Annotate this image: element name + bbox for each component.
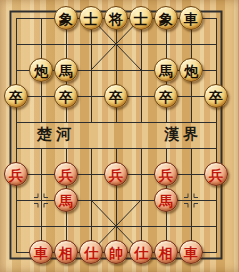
piece-red-horse-67[interactable]: 馬 [154, 188, 178, 212]
piece-red-horse-27[interactable]: 馬 [54, 188, 78, 212]
piece-glyph: 車 [184, 12, 198, 26]
piece-glyph: 車 [34, 246, 48, 260]
piece-red-advisor-59[interactable]: 仕 [129, 240, 153, 264]
piece-black-advisor-30[interactable]: 士 [79, 6, 103, 30]
piece-glyph: 兵 [109, 168, 123, 182]
piece-glyph: 相 [59, 246, 73, 260]
xiangqi-board[interactable]: 楚河 漢界 象士将士象車炮馬馬炮卒卒卒卒卒兵兵兵兵兵馬馬車相仕帥仕相車 [0, 0, 239, 272]
piece-red-chariot-79[interactable]: 車 [179, 240, 203, 264]
piece-glyph: 将 [109, 12, 123, 26]
piece-red-advisor-39[interactable]: 仕 [79, 240, 103, 264]
piece-black-soldier-23[interactable]: 卒 [54, 84, 78, 108]
river-label-chu: 楚河 [31, 125, 81, 143]
piece-glyph: 卒 [9, 90, 23, 104]
piece-glyph: 仕 [84, 246, 98, 260]
piece-glyph: 卒 [159, 90, 173, 104]
piece-glyph: 炮 [184, 64, 198, 78]
piece-black-elephant-20[interactable]: 象 [54, 6, 78, 30]
piece-red-soldier-26[interactable]: 兵 [54, 162, 78, 186]
piece-glyph: 兵 [59, 168, 73, 182]
piece-glyph: 炮 [34, 64, 48, 78]
piece-black-general-40[interactable]: 将 [104, 6, 128, 30]
piece-glyph: 馬 [159, 194, 173, 208]
piece-glyph: 馬 [59, 64, 73, 78]
piece-glyph: 帥 [109, 246, 123, 260]
piece-black-soldier-63[interactable]: 卒 [154, 84, 178, 108]
piece-glyph: 相 [159, 246, 173, 260]
piece-glyph: 士 [134, 12, 148, 26]
piece-glyph: 卒 [209, 90, 223, 104]
piece-glyph: 兵 [9, 168, 23, 182]
piece-glyph: 士 [84, 12, 98, 26]
piece-glyph: 車 [184, 246, 198, 260]
piece-black-horse-62[interactable]: 馬 [154, 58, 178, 82]
piece-black-advisor-50[interactable]: 士 [129, 6, 153, 30]
piece-glyph: 兵 [159, 168, 173, 182]
piece-red-general-49[interactable]: 帥 [104, 240, 128, 264]
piece-red-elephant-29[interactable]: 相 [54, 240, 78, 264]
piece-black-horse-22[interactable]: 馬 [54, 58, 78, 82]
piece-glyph: 馬 [159, 64, 173, 78]
piece-red-soldier-06[interactable]: 兵 [4, 162, 28, 186]
piece-black-soldier-43[interactable]: 卒 [104, 84, 128, 108]
piece-black-elephant-60[interactable]: 象 [154, 6, 178, 30]
piece-glyph: 兵 [209, 168, 223, 182]
piece-glyph: 卒 [59, 90, 73, 104]
piece-red-soldier-46[interactable]: 兵 [104, 162, 128, 186]
piece-glyph: 仕 [134, 246, 148, 260]
piece-glyph: 卒 [109, 90, 123, 104]
piece-glyph: 馬 [59, 194, 73, 208]
piece-glyph: 象 [159, 12, 173, 26]
river-label-han: 漢界 [158, 125, 208, 143]
piece-red-soldier-86[interactable]: 兵 [204, 162, 228, 186]
piece-glyph: 象 [59, 12, 73, 26]
piece-red-elephant-69[interactable]: 相 [154, 240, 178, 264]
piece-black-cannon-72[interactable]: 炮 [179, 58, 203, 82]
piece-black-soldier-83[interactable]: 卒 [204, 84, 228, 108]
piece-red-soldier-66[interactable]: 兵 [154, 162, 178, 186]
piece-black-soldier-03[interactable]: 卒 [4, 84, 28, 108]
piece-black-cannon-12[interactable]: 炮 [29, 58, 53, 82]
piece-black-chariot-70[interactable]: 車 [179, 6, 203, 30]
piece-red-chariot-19[interactable]: 車 [29, 240, 53, 264]
